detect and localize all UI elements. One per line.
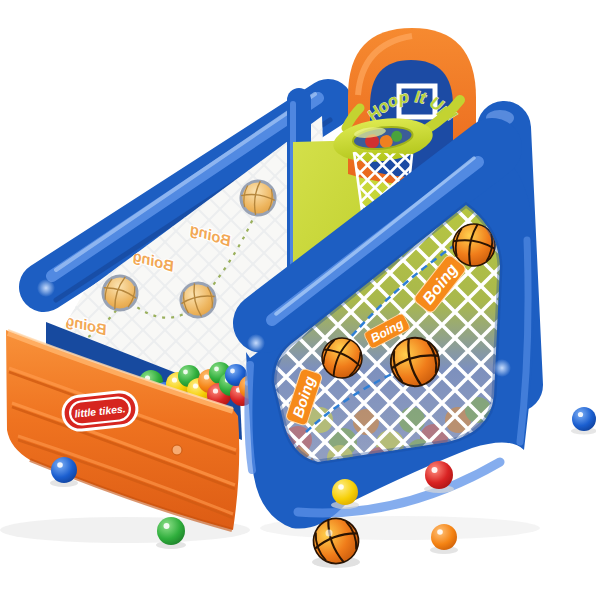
floor-ball-yellow: [331, 479, 359, 509]
product-illustration: Boing Boing Boing Hoop It Up!: [0, 0, 596, 596]
floor-shadows: [0, 516, 540, 543]
little-tikes-logo: little tikes.: [61, 390, 138, 432]
air-valve: [172, 445, 182, 455]
floor-ball-red: [424, 461, 454, 493]
floor-ball-blue-left: [50, 457, 78, 487]
floor-ball-blue-right: [571, 407, 596, 435]
floor-ball-green: [156, 517, 186, 549]
product-image-ball-pit: Boing Boing Boing Hoop It Up!: [0, 0, 596, 596]
floor-ball-orange: [430, 524, 458, 554]
